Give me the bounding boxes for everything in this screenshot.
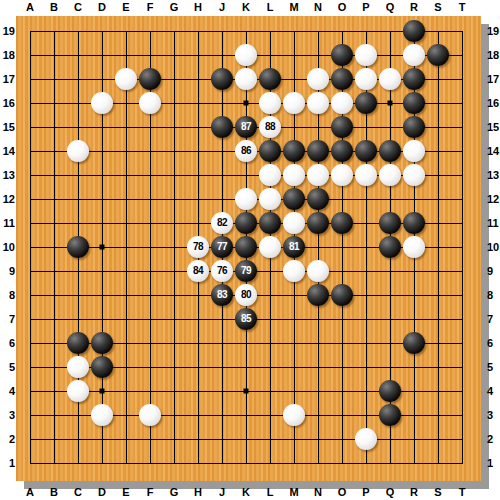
star-point-K16 bbox=[244, 101, 249, 106]
coord-label-right-8: 8 bbox=[487, 289, 500, 302]
coord-label-right-5: 5 bbox=[487, 361, 500, 374]
move-number-label: 88 bbox=[265, 122, 275, 132]
stone-R19[interactable] bbox=[403, 20, 425, 42]
stone-O18[interactable] bbox=[331, 44, 353, 66]
coord-label-top-A: A bbox=[18, 1, 42, 14]
coord-label-left-14: 14 bbox=[1, 145, 15, 158]
stone-H9[interactable]: 84 bbox=[187, 260, 209, 282]
stone-N11[interactable] bbox=[307, 212, 329, 234]
coord-label-bottom-A: A bbox=[18, 486, 42, 499]
coord-label-top-H: H bbox=[186, 1, 210, 14]
stone-M12[interactable] bbox=[283, 188, 305, 210]
stone-P14[interactable] bbox=[355, 140, 377, 162]
stone-J8[interactable]: 83 bbox=[211, 284, 233, 306]
coord-label-right-19: 19 bbox=[487, 25, 500, 38]
stone-C10[interactable] bbox=[67, 236, 89, 258]
coord-label-right-12: 12 bbox=[487, 193, 500, 206]
move-number-label: 87 bbox=[241, 122, 251, 132]
stone-N16[interactable] bbox=[307, 92, 329, 114]
coord-label-bottom-B: B bbox=[42, 486, 66, 499]
stone-R11[interactable] bbox=[403, 212, 425, 234]
stone-F3[interactable] bbox=[139, 404, 161, 426]
stone-R14[interactable] bbox=[403, 140, 425, 162]
stone-F16[interactable] bbox=[139, 92, 161, 114]
stone-K12[interactable] bbox=[235, 188, 257, 210]
coord-label-top-S: S bbox=[426, 1, 450, 14]
coord-label-top-Q: Q bbox=[378, 1, 402, 14]
coord-label-bottom-E: E bbox=[114, 486, 138, 499]
coord-label-left-13: 13 bbox=[1, 169, 15, 182]
stone-C14[interactable] bbox=[67, 140, 89, 162]
coord-label-left-2: 2 bbox=[1, 433, 15, 446]
stone-Q11[interactable] bbox=[379, 212, 401, 234]
move-number-label: 86 bbox=[241, 146, 251, 156]
stone-K10[interactable] bbox=[235, 236, 257, 258]
stone-K7[interactable]: 85 bbox=[235, 308, 257, 330]
coord-label-left-12: 12 bbox=[1, 193, 15, 206]
coord-label-bottom-T: T bbox=[450, 486, 474, 499]
star-point-D10 bbox=[100, 245, 105, 250]
stone-L15[interactable]: 88 bbox=[259, 116, 281, 138]
coord-label-bottom-H: H bbox=[186, 486, 210, 499]
stone-M9[interactable] bbox=[283, 260, 305, 282]
coord-label-top-D: D bbox=[90, 1, 114, 14]
coord-label-right-4: 4 bbox=[487, 385, 500, 398]
stone-R13[interactable] bbox=[403, 164, 425, 186]
move-number-label: 77 bbox=[217, 242, 227, 252]
stone-O15[interactable] bbox=[331, 116, 353, 138]
stone-F17[interactable] bbox=[139, 68, 161, 90]
stone-L10[interactable] bbox=[259, 236, 281, 258]
stone-O8[interactable] bbox=[331, 284, 353, 306]
stone-K14[interactable]: 86 bbox=[235, 140, 257, 162]
coord-label-top-G: G bbox=[162, 1, 186, 14]
stone-Q10[interactable] bbox=[379, 236, 401, 258]
stone-Q17[interactable] bbox=[379, 68, 401, 90]
move-number-label: 76 bbox=[217, 266, 227, 276]
coord-label-bottom-O: O bbox=[330, 486, 354, 499]
stone-N8[interactable] bbox=[307, 284, 329, 306]
stone-J17[interactable] bbox=[211, 68, 233, 90]
coord-label-top-C: C bbox=[66, 1, 90, 14]
stone-K18[interactable] bbox=[235, 44, 257, 66]
coord-label-top-R: R bbox=[402, 1, 426, 14]
coord-label-left-9: 9 bbox=[1, 265, 15, 278]
stone-Q4[interactable] bbox=[379, 380, 401, 402]
stone-D16[interactable] bbox=[91, 92, 113, 114]
stone-M3[interactable] bbox=[283, 404, 305, 426]
coord-label-left-10: 10 bbox=[1, 241, 15, 254]
coord-label-right-16: 16 bbox=[487, 97, 500, 110]
stone-J10[interactable]: 77 bbox=[211, 236, 233, 258]
coord-label-top-O: O bbox=[330, 1, 354, 14]
stone-O11[interactable] bbox=[331, 212, 353, 234]
stone-L13[interactable] bbox=[259, 164, 281, 186]
move-number-label: 84 bbox=[193, 266, 203, 276]
stone-L16[interactable] bbox=[259, 92, 281, 114]
stone-Q14[interactable] bbox=[379, 140, 401, 162]
stone-D6[interactable] bbox=[91, 332, 113, 354]
stone-N14[interactable] bbox=[307, 140, 329, 162]
stone-O16[interactable] bbox=[331, 92, 353, 114]
move-number-label: 81 bbox=[289, 242, 299, 252]
coord-label-right-2: 2 bbox=[487, 433, 500, 446]
stone-M14[interactable] bbox=[283, 140, 305, 162]
stone-R10[interactable] bbox=[403, 236, 425, 258]
stone-Q13[interactable] bbox=[379, 164, 401, 186]
coord-label-bottom-M: M bbox=[282, 486, 306, 499]
coord-label-left-17: 17 bbox=[1, 73, 15, 86]
coord-label-left-19: 19 bbox=[1, 25, 15, 38]
stone-N17[interactable] bbox=[307, 68, 329, 90]
coord-label-right-6: 6 bbox=[487, 337, 500, 350]
stone-C5[interactable] bbox=[67, 356, 89, 378]
coord-label-bottom-D: D bbox=[90, 486, 114, 499]
stone-S18[interactable] bbox=[427, 44, 449, 66]
stone-L11[interactable] bbox=[259, 212, 281, 234]
stone-P17[interactable] bbox=[355, 68, 377, 90]
coord-label-left-1: 1 bbox=[1, 457, 15, 470]
stone-O14[interactable] bbox=[331, 140, 353, 162]
stone-K9[interactable]: 79 bbox=[235, 260, 257, 282]
star-point-D4 bbox=[100, 389, 105, 394]
star-point-K4 bbox=[244, 389, 249, 394]
coord-label-right-14: 14 bbox=[487, 145, 500, 158]
stone-M16[interactable] bbox=[283, 92, 305, 114]
stone-N12[interactable] bbox=[307, 188, 329, 210]
coord-label-right-11: 11 bbox=[487, 217, 500, 230]
stone-P2[interactable] bbox=[355, 428, 377, 450]
stone-J11[interactable]: 82 bbox=[211, 212, 233, 234]
coord-label-top-E: E bbox=[114, 1, 138, 14]
coord-label-top-N: N bbox=[306, 1, 330, 14]
stone-M11[interactable] bbox=[283, 212, 305, 234]
stone-K8[interactable]: 80 bbox=[235, 284, 257, 306]
stone-M13[interactable] bbox=[283, 164, 305, 186]
coord-label-bottom-R: R bbox=[402, 486, 426, 499]
move-number-label: 79 bbox=[241, 266, 251, 276]
stone-P13[interactable] bbox=[355, 164, 377, 186]
stone-K17[interactable] bbox=[235, 68, 257, 90]
coord-label-right-18: 18 bbox=[487, 49, 500, 62]
stone-P16[interactable] bbox=[355, 92, 377, 114]
stone-R6[interactable] bbox=[403, 332, 425, 354]
stone-O17[interactable] bbox=[331, 68, 353, 90]
coord-label-bottom-K: K bbox=[234, 486, 258, 499]
move-number-label: 80 bbox=[241, 290, 251, 300]
stone-D3[interactable] bbox=[91, 404, 113, 426]
stone-M10[interactable]: 81 bbox=[283, 236, 305, 258]
coord-label-right-17: 17 bbox=[487, 73, 500, 86]
coord-label-left-4: 4 bbox=[1, 385, 15, 398]
stone-R17[interactable] bbox=[403, 68, 425, 90]
go-diagram-page: 87888682787781847679838085 AABBCCDDEEFFG… bbox=[0, 0, 500, 500]
stone-N9[interactable] bbox=[307, 260, 329, 282]
coord-label-right-1: 1 bbox=[487, 457, 500, 470]
coord-label-top-J: J bbox=[210, 1, 234, 14]
coord-label-bottom-J: J bbox=[210, 486, 234, 499]
star-point-Q16 bbox=[388, 101, 393, 106]
coord-label-top-F: F bbox=[138, 1, 162, 14]
coord-label-top-P: P bbox=[354, 1, 378, 14]
stone-J9[interactable]: 76 bbox=[211, 260, 233, 282]
coord-label-left-5: 5 bbox=[1, 361, 15, 374]
coord-label-left-6: 6 bbox=[1, 337, 15, 350]
move-number-label: 83 bbox=[217, 290, 227, 300]
coord-label-left-8: 8 bbox=[1, 289, 15, 302]
stone-C4[interactable] bbox=[67, 380, 89, 402]
stone-Q3[interactable] bbox=[379, 404, 401, 426]
coord-label-top-K: K bbox=[234, 1, 258, 14]
stone-E17[interactable] bbox=[115, 68, 137, 90]
move-number-label: 82 bbox=[217, 218, 227, 228]
coord-label-left-18: 18 bbox=[1, 49, 15, 62]
stone-N13[interactable] bbox=[307, 164, 329, 186]
stone-L17[interactable] bbox=[259, 68, 281, 90]
move-number-label: 85 bbox=[241, 314, 251, 324]
coord-label-right-13: 13 bbox=[487, 169, 500, 182]
coord-label-top-T: T bbox=[450, 1, 474, 14]
stone-R15[interactable] bbox=[403, 116, 425, 138]
coord-label-bottom-F: F bbox=[138, 486, 162, 499]
coord-label-bottom-N: N bbox=[306, 486, 330, 499]
stone-P18[interactable] bbox=[355, 44, 377, 66]
coord-label-top-L: L bbox=[258, 1, 282, 14]
coord-label-bottom-L: L bbox=[258, 486, 282, 499]
coord-label-top-M: M bbox=[282, 1, 306, 14]
coord-label-left-7: 7 bbox=[1, 313, 15, 326]
coord-label-right-3: 3 bbox=[487, 409, 500, 422]
stone-J15[interactable] bbox=[211, 116, 233, 138]
coord-label-bottom-P: P bbox=[354, 486, 378, 499]
coord-label-bottom-G: G bbox=[162, 486, 186, 499]
coord-label-left-11: 11 bbox=[1, 217, 15, 230]
coord-label-right-7: 7 bbox=[487, 313, 500, 326]
stone-L14[interactable] bbox=[259, 140, 281, 162]
stone-H10[interactable]: 78 bbox=[187, 236, 209, 258]
coord-label-bottom-S: S bbox=[426, 486, 450, 499]
coord-label-right-15: 15 bbox=[487, 121, 500, 134]
stone-O13[interactable] bbox=[331, 164, 353, 186]
stone-R16[interactable] bbox=[403, 92, 425, 114]
coord-label-right-10: 10 bbox=[487, 241, 500, 254]
coord-label-bottom-C: C bbox=[66, 486, 90, 499]
stone-L12[interactable] bbox=[259, 188, 281, 210]
coord-label-top-B: B bbox=[42, 1, 66, 14]
stone-D5[interactable] bbox=[91, 356, 113, 378]
coord-label-left-16: 16 bbox=[1, 97, 15, 110]
stone-K11[interactable] bbox=[235, 212, 257, 234]
coord-label-bottom-Q: Q bbox=[378, 486, 402, 499]
coord-label-right-9: 9 bbox=[487, 265, 500, 278]
coord-label-left-15: 15 bbox=[1, 121, 15, 134]
stone-K15[interactable]: 87 bbox=[235, 116, 257, 138]
stone-C6[interactable] bbox=[67, 332, 89, 354]
move-number-label: 78 bbox=[193, 242, 203, 252]
coord-label-left-3: 3 bbox=[1, 409, 15, 422]
stone-R18[interactable] bbox=[403, 44, 425, 66]
go-board[interactable]: 87888682787781847679838085 bbox=[16, 16, 481, 481]
